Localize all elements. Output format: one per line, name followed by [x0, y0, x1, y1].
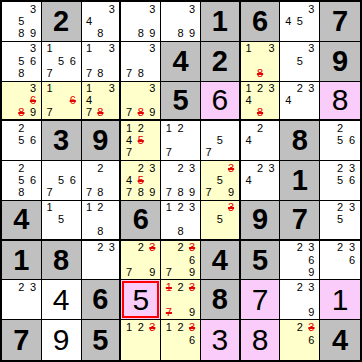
cell-r4c5[interactable]: 127	[161, 121, 201, 161]
candidate-empty	[55, 187, 67, 199]
candidate-1: 1	[163, 321, 175, 334]
candidate-empty	[67, 187, 79, 199]
candidate-empty	[163, 162, 175, 174]
candidate-empty	[84, 55, 95, 67]
given-digit: 1	[13, 246, 29, 275]
candidate-2: 2	[175, 321, 187, 334]
candidate-9: 9	[147, 266, 159, 278]
candidate-empty	[4, 187, 16, 199]
cell-r8c4[interactable]: 5	[121, 280, 161, 320]
candidate-grid: 35	[280, 42, 319, 81]
cell-r8c2[interactable]: 4	[42, 280, 82, 320]
candidate-empty	[106, 55, 117, 67]
cell-r2c8[interactable]: 35	[280, 42, 320, 82]
candidate-empty	[203, 214, 214, 226]
candidate-empty	[214, 226, 225, 238]
candidate-empty	[214, 122, 225, 134]
candidate-empty	[175, 334, 187, 347]
candidate-grid: 1238	[161, 201, 200, 239]
candidate-5: 5	[294, 55, 306, 67]
candidate-5: 5	[16, 174, 28, 186]
candidate-grid: 3589	[2, 2, 41, 41]
candidate-empty	[306, 294, 318, 306]
candidate-empty	[282, 83, 294, 95]
candidate-empty	[163, 254, 175, 266]
cell-r3c1[interactable]: 3689	[2, 82, 42, 122]
candidate-2: 2	[135, 242, 147, 254]
candidate-empty	[4, 135, 16, 147]
cell-r4c9[interactable]: 256	[320, 121, 360, 161]
candidate-1: 1	[243, 43, 255, 55]
candidate-grid: 1236	[161, 320, 200, 360]
candidate-4: 4	[282, 15, 294, 27]
candidate-empty	[306, 28, 318, 40]
cell-r7c8[interactable]: 2369	[280, 241, 320, 281]
candidate-empty	[163, 214, 175, 226]
cell-r3c3[interactable]: 13478	[82, 82, 122, 122]
candidate-5: 5	[214, 174, 225, 186]
candidate-empty	[95, 55, 106, 67]
cell-r6c2[interactable]: 15	[42, 201, 82, 241]
given-digit: 6	[252, 7, 268, 36]
candidate-grid: 57	[201, 121, 239, 160]
cell-r1c3[interactable]: 348	[82, 2, 122, 42]
cell-r2c2[interactable]: 1567	[42, 42, 82, 82]
candidate-3: 3	[306, 43, 318, 55]
candidate-empty	[4, 147, 16, 159]
candidate-empty	[4, 3, 16, 15]
candidate-empty	[106, 174, 117, 186]
candidate-empty	[4, 28, 16, 40]
candidate-empty	[346, 226, 358, 238]
candidate-empty	[334, 254, 346, 266]
candidate-empty	[282, 254, 294, 266]
candidate-empty	[84, 254, 95, 266]
candidate-empty	[55, 226, 67, 238]
candidate-empty	[282, 266, 294, 278]
candidate-3: 3	[225, 162, 236, 174]
candidate-empty	[186, 174, 198, 186]
cell-r5c5[interactable]: 23789	[161, 161, 201, 201]
candidate-empty	[67, 202, 79, 214]
candidate-empty	[214, 162, 225, 174]
cell-r8c8[interactable]: 239	[280, 280, 320, 320]
candidate-9: 9	[225, 187, 236, 199]
given-digit: 4	[13, 205, 29, 234]
candidate-empty	[123, 15, 135, 27]
candidate-empty	[84, 214, 95, 226]
cell-r1c9[interactable]: 7	[320, 2, 360, 42]
candidate-empty	[106, 15, 117, 27]
candidate-empty	[243, 187, 255, 199]
candidate-4: 4	[123, 135, 135, 147]
candidate-empty	[4, 281, 16, 293]
cell-r6c4[interactable]: 6	[121, 201, 161, 241]
cell-r2c7[interactable]: 138	[241, 42, 281, 82]
candidate-grid: 236	[320, 241, 360, 280]
candidate-empty	[147, 174, 159, 186]
candidate-empty	[147, 55, 159, 67]
given-digit: 7	[13, 326, 29, 355]
candidate-2: 2	[294, 281, 306, 293]
candidate-empty	[95, 94, 106, 106]
candidate-empty	[294, 266, 306, 278]
candidate-empty	[147, 254, 159, 266]
candidate-3: 3	[306, 281, 318, 293]
cell-r6c8[interactable]: 7	[280, 201, 320, 241]
candidate-empty	[294, 67, 306, 79]
candidate-2: 2	[334, 122, 346, 134]
candidate-grid: 24	[241, 121, 280, 160]
candidate-empty	[203, 174, 214, 186]
candidate-empty	[44, 226, 56, 238]
candidate-empty	[346, 266, 358, 278]
candidate-empty	[294, 346, 306, 359]
candidate-8: 8	[135, 106, 147, 118]
candidate-4: 4	[123, 174, 135, 186]
candidate-empty	[225, 147, 236, 159]
candidate-grid: 23	[2, 280, 41, 319]
candidate-empty	[4, 55, 16, 67]
cell-r3c7[interactable]: 12348	[241, 82, 281, 122]
cell-r8c6[interactable]: 8	[201, 280, 241, 320]
candidate-5: 5	[334, 135, 346, 147]
candidate-empty	[266, 135, 278, 147]
solved-digit: 8	[252, 325, 269, 355]
cell-r7c9[interactable]: 236	[320, 241, 360, 281]
candidate-empty	[123, 346, 135, 359]
cell-r1c2[interactable]: 2	[42, 2, 82, 42]
candidate-5: 5	[334, 214, 346, 226]
candidate-empty	[214, 187, 225, 199]
cell-r9c4[interactable]: 123	[121, 320, 161, 360]
cell-r5c9[interactable]: 2356	[320, 161, 360, 201]
cell-r6c3[interactable]: 128	[82, 201, 122, 241]
cell-r1c6[interactable]: 1	[201, 2, 241, 42]
candidate-empty	[4, 294, 16, 306]
candidate-8: 8	[135, 28, 147, 40]
cell-r7c3[interactable]: 23	[82, 241, 122, 281]
candidate-grid: 345	[280, 2, 319, 41]
candidate-empty	[163, 242, 175, 254]
candidate-2: 2	[135, 321, 147, 334]
candidate-empty	[135, 94, 147, 106]
candidate-empty	[106, 162, 117, 174]
cell-r1c5[interactable]: 389	[161, 2, 201, 42]
cell-r9c9[interactable]: 4	[320, 320, 360, 360]
cell-r3c6[interactable]: 6	[201, 82, 241, 122]
candidate-empty	[135, 254, 147, 266]
candidate-empty	[254, 43, 266, 55]
candidate-empty	[106, 94, 117, 106]
candidate-grid: 167	[42, 82, 81, 120]
candidate-1: 1	[163, 122, 175, 134]
candidate-empty	[27, 187, 39, 199]
candidate-6: 6	[346, 174, 358, 186]
candidate-empty	[334, 147, 346, 159]
candidate-empty	[266, 94, 278, 106]
cell-r7c5[interactable]: 23679	[161, 241, 201, 281]
cell-r6c7[interactable]: 9	[241, 201, 281, 241]
candidate-empty	[294, 254, 306, 266]
candidate-empty	[282, 55, 294, 67]
candidate-empty	[254, 94, 266, 106]
cell-r9c2[interactable]: 9	[42, 320, 82, 360]
cell-r5c4[interactable]: 2345789	[121, 161, 161, 201]
candidate-empty	[186, 214, 198, 226]
candidate-empty	[27, 147, 39, 159]
candidate-8: 8	[95, 226, 106, 238]
candidate-7: 7	[163, 266, 175, 278]
candidate-empty	[282, 28, 294, 40]
candidate-empty	[322, 214, 334, 226]
candidate-2: 2	[254, 122, 266, 134]
candidate-8: 8	[175, 226, 187, 238]
candidate-empty	[4, 162, 16, 174]
candidate-1: 1	[163, 281, 175, 293]
candidate-grid: 235	[320, 201, 360, 239]
given-digit: 5	[252, 246, 268, 275]
cell-r6c5[interactable]: 1238	[161, 201, 201, 241]
candidate-3: 3	[27, 281, 39, 293]
cell-r2c3[interactable]: 1378	[82, 42, 122, 82]
candidate-8: 8	[254, 106, 266, 118]
cell-r5c7[interactable]: 234	[241, 161, 281, 201]
cell-r4c8[interactable]: 8	[280, 121, 320, 161]
candidate-empty	[175, 214, 187, 226]
candidate-grid: 1567	[42, 42, 81, 81]
cell-r4c2[interactable]: 3	[42, 121, 82, 161]
given-digit: 1	[212, 7, 228, 36]
cell-r8c9[interactable]: 1	[320, 280, 360, 320]
candidate-empty	[27, 162, 39, 174]
candidate-empty	[163, 294, 175, 306]
candidate-3: 3	[186, 321, 198, 334]
cell-r5c1[interactable]: 2568	[2, 161, 42, 201]
cell-r9c7[interactable]: 8	[241, 320, 281, 360]
candidate-empty	[225, 135, 236, 147]
candidate-7: 7	[163, 306, 175, 318]
candidate-grid: 127	[161, 121, 200, 160]
candidate-empty	[306, 346, 318, 359]
candidate-6: 6	[186, 254, 198, 266]
candidate-7: 7	[84, 187, 95, 199]
cell-r7c6[interactable]: 4	[201, 241, 241, 281]
candidate-grid: 3579	[201, 161, 239, 200]
candidate-grid: 2345789	[121, 161, 160, 200]
cell-r2c4[interactable]: 378	[121, 42, 161, 82]
cell-r5c2[interactable]: 567	[42, 161, 82, 201]
candidate-empty	[282, 321, 294, 334]
candidate-5: 5	[55, 214, 67, 226]
candidate-empty	[175, 306, 187, 318]
candidate-empty	[282, 67, 294, 79]
candidate-empty	[55, 43, 67, 55]
given-digit: 9	[92, 126, 108, 155]
cell-r4c4[interactable]: 12457	[121, 121, 161, 161]
cell-r4c7[interactable]: 24	[241, 121, 281, 161]
candidate-empty	[186, 346, 198, 359]
candidate-grid: 2356	[320, 161, 360, 200]
cell-r8c5[interactable]: 12379	[161, 280, 201, 320]
cell-r7c2[interactable]: 8	[42, 241, 82, 281]
candidate-grid: 128	[82, 201, 120, 239]
candidate-empty	[306, 15, 318, 27]
candidate-empty	[123, 55, 135, 67]
candidate-grid: 236	[280, 320, 319, 360]
cell-r7c4[interactable]: 2379	[121, 241, 161, 281]
cell-r9c5[interactable]: 1236	[161, 320, 201, 360]
cell-r6c9[interactable]: 235	[320, 201, 360, 241]
cell-r3c5[interactable]: 5	[161, 82, 201, 122]
candidate-2: 2	[135, 162, 147, 174]
candidate-6: 6	[186, 334, 198, 347]
cell-r9c1[interactable]: 7	[2, 320, 42, 360]
cell-r8c1[interactable]: 23	[2, 280, 42, 320]
candidate-empty	[27, 15, 39, 27]
solved-digit: 7	[252, 285, 269, 315]
candidate-5: 5	[135, 135, 147, 147]
candidate-5: 5	[55, 174, 67, 186]
candidate-2: 2	[334, 162, 346, 174]
candidate-1: 1	[123, 122, 135, 134]
cell-r1c7[interactable]: 6	[241, 2, 281, 42]
cell-r7c7[interactable]: 5	[241, 241, 281, 281]
candidate-7: 7	[44, 67, 56, 79]
candidate-5: 5	[135, 174, 147, 186]
cell-r1c8[interactable]: 345	[280, 2, 320, 42]
candidate-empty	[346, 187, 358, 199]
candidate-grid: 138	[241, 42, 280, 81]
candidate-3: 3	[106, 3, 117, 15]
candidate-empty	[163, 15, 175, 27]
cell-r6c1[interactable]: 4	[2, 201, 42, 241]
cell-r5c6[interactable]: 3579	[201, 161, 241, 201]
candidate-9: 9	[186, 266, 198, 278]
candidate-1: 1	[84, 202, 95, 214]
candidate-empty	[4, 83, 16, 95]
cell-r4c6[interactable]: 57	[201, 121, 241, 161]
cell-r8c3[interactable]: 6	[82, 280, 122, 320]
candidate-6: 6	[27, 94, 39, 106]
candidate-5: 5	[55, 55, 67, 67]
candidate-9: 9	[306, 266, 318, 278]
candidate-3: 3	[147, 162, 159, 174]
candidate-2: 2	[95, 162, 106, 174]
candidate-empty	[44, 94, 56, 106]
candidate-empty	[147, 147, 159, 159]
cell-r1c4[interactable]: 389	[121, 2, 161, 42]
candidate-empty	[163, 174, 175, 186]
given-digit: 8	[53, 246, 69, 275]
candidate-6: 6	[306, 254, 318, 266]
cell-r2c9[interactable]: 9	[320, 42, 360, 82]
cell-r3c2[interactable]: 167	[42, 82, 82, 122]
cell-r9c8[interactable]: 236	[280, 320, 320, 360]
candidate-empty	[16, 43, 28, 55]
candidate-empty	[123, 242, 135, 254]
candidate-3: 3	[266, 162, 278, 174]
candidate-empty	[306, 106, 318, 118]
candidate-7: 7	[123, 147, 135, 159]
cell-r8c7[interactable]: 7	[241, 280, 281, 320]
candidate-empty	[135, 334, 147, 347]
candidate-7: 7	[84, 106, 95, 118]
cell-r6c6[interactable]: 35	[201, 201, 241, 241]
candidate-empty	[95, 15, 106, 27]
candidate-empty	[186, 135, 198, 147]
candidate-empty	[175, 174, 187, 186]
candidate-grid: 12348	[241, 82, 280, 120]
candidate-empty	[266, 187, 278, 199]
candidate-empty	[67, 106, 79, 118]
given-digit: 4	[172, 47, 188, 76]
candidate-3: 3	[346, 162, 358, 174]
candidate-empty	[55, 162, 67, 174]
cell-r4c3[interactable]: 9	[82, 121, 122, 161]
candidate-empty	[322, 162, 334, 174]
candidate-5: 5	[294, 15, 306, 27]
candidate-empty	[16, 147, 28, 159]
cell-r9c6[interactable]: 3	[201, 320, 241, 360]
candidate-empty	[322, 122, 334, 134]
candidate-grid: 1378	[82, 42, 120, 81]
candidate-empty	[294, 28, 306, 40]
candidate-8: 8	[95, 67, 106, 79]
candidate-3: 3	[147, 43, 159, 55]
candidate-3: 3	[306, 3, 318, 15]
cell-r2c5[interactable]: 4	[161, 42, 201, 82]
candidate-empty	[84, 162, 95, 174]
cell-r3c4[interactable]: 3789	[121, 82, 161, 122]
candidate-empty	[322, 202, 334, 214]
candidate-empty	[225, 226, 236, 238]
candidate-6: 6	[346, 135, 358, 147]
candidate-grid: 23	[82, 241, 120, 280]
cell-r7c1[interactable]: 1	[2, 241, 42, 281]
cell-r5c3[interactable]: 278	[82, 161, 122, 201]
candidate-2: 2	[175, 281, 187, 293]
solved-digit: 8	[332, 85, 349, 115]
cell-r4c1[interactable]: 256	[2, 121, 42, 161]
candidate-grid: 123	[121, 320, 160, 360]
candidate-empty	[294, 94, 306, 106]
candidate-7: 7	[123, 106, 135, 118]
candidate-1: 1	[84, 43, 95, 55]
given-digit: 5	[172, 86, 188, 115]
candidate-grid: 3689	[2, 82, 41, 120]
cell-r9c3[interactable]: 5	[82, 320, 122, 360]
candidate-grid: 256	[320, 121, 360, 160]
cell-r2c6[interactable]: 2	[201, 42, 241, 82]
candidate-empty	[147, 346, 159, 359]
cell-r1c1[interactable]: 3589	[2, 2, 42, 42]
candidate-grid: 278	[82, 161, 120, 200]
candidate-8: 8	[95, 28, 106, 40]
cell-r5c8[interactable]: 1	[280, 161, 320, 201]
given-digit: 7	[292, 205, 308, 234]
cell-r3c9[interactable]: 8	[320, 82, 360, 122]
cell-r3c8[interactable]: 234	[280, 82, 320, 122]
candidate-empty	[44, 162, 56, 174]
candidate-empty	[27, 122, 39, 134]
candidate-empty	[95, 254, 106, 266]
candidate-2: 2	[95, 242, 106, 254]
candidate-9: 9	[186, 306, 198, 318]
candidate-empty	[175, 135, 187, 147]
cell-r2c1[interactable]: 3568	[2, 42, 42, 82]
candidate-grid: 234	[241, 161, 280, 200]
